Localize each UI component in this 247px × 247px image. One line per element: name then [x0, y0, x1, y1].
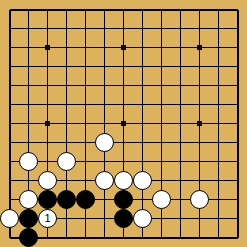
intersection[interactable]: [38, 114, 57, 133]
intersection[interactable]: [57, 76, 76, 95]
intersection[interactable]: [19, 171, 38, 190]
intersection[interactable]: [57, 209, 76, 228]
intersection[interactable]: [190, 38, 209, 57]
intersection[interactable]: [133, 76, 152, 95]
intersection[interactable]: [57, 228, 76, 247]
intersection[interactable]: [95, 0, 114, 19]
intersection[interactable]: [228, 76, 247, 95]
white-stone: 1: [38, 209, 57, 228]
intersection[interactable]: [95, 57, 114, 76]
black-stone: [19, 209, 38, 228]
intersection[interactable]: [38, 133, 57, 152]
intersection[interactable]: [76, 228, 95, 247]
intersection[interactable]: [19, 133, 38, 152]
intersection[interactable]: [19, 114, 38, 133]
intersection[interactable]: [133, 114, 152, 133]
intersection[interactable]: [209, 209, 228, 228]
intersection[interactable]: [133, 152, 152, 171]
intersection[interactable]: [228, 38, 247, 57]
intersection[interactable]: [190, 228, 209, 247]
intersection[interactable]: [152, 19, 171, 38]
intersection[interactable]: [114, 133, 133, 152]
intersection[interactable]: [114, 76, 133, 95]
intersection[interactable]: [152, 190, 171, 209]
intersection[interactable]: [57, 95, 76, 114]
intersection[interactable]: [76, 133, 95, 152]
intersection[interactable]: [209, 95, 228, 114]
intersection[interactable]: [152, 114, 171, 133]
intersection[interactable]: [209, 114, 228, 133]
white-stone: [19, 152, 38, 171]
intersection[interactable]: [190, 76, 209, 95]
intersection[interactable]: [95, 209, 114, 228]
intersection[interactable]: [38, 171, 57, 190]
white-stone: [38, 171, 57, 190]
intersection[interactable]: [190, 171, 209, 190]
white-stone: [95, 171, 114, 190]
intersection[interactable]: [95, 76, 114, 95]
intersection[interactable]: [76, 38, 95, 57]
intersection[interactable]: [209, 19, 228, 38]
intersection[interactable]: [19, 19, 38, 38]
intersection[interactable]: [209, 152, 228, 171]
black-stone: [19, 228, 38, 247]
intersection[interactable]: [38, 57, 57, 76]
intersection[interactable]: [228, 152, 247, 171]
intersection[interactable]: [19, 209, 38, 228]
intersection[interactable]: [171, 171, 190, 190]
intersection[interactable]: [114, 114, 133, 133]
black-stone: [76, 190, 95, 209]
intersection[interactable]: [133, 19, 152, 38]
intersection[interactable]: [152, 133, 171, 152]
white-stone: [133, 209, 152, 228]
intersection[interactable]: [0, 133, 19, 152]
intersection[interactable]: [152, 171, 171, 190]
intersection[interactable]: [133, 228, 152, 247]
intersection[interactable]: [228, 95, 247, 114]
intersection[interactable]: [0, 19, 19, 38]
intersection[interactable]: [76, 114, 95, 133]
intersection[interactable]: [228, 19, 247, 38]
intersection[interactable]: [19, 152, 38, 171]
intersection[interactable]: [76, 76, 95, 95]
intersection[interactable]: [171, 228, 190, 247]
intersection[interactable]: [0, 76, 19, 95]
intersection[interactable]: [114, 190, 133, 209]
hoshi-point: [45, 45, 50, 50]
intersection[interactable]: [95, 38, 114, 57]
intersection[interactable]: [76, 57, 95, 76]
intersection[interactable]: [209, 76, 228, 95]
intersection[interactable]: [190, 209, 209, 228]
intersection[interactable]: [19, 95, 38, 114]
intersection[interactable]: [19, 228, 38, 247]
intersection[interactable]: [76, 209, 95, 228]
intersection[interactable]: [95, 228, 114, 247]
intersection[interactable]: [0, 209, 19, 228]
intersection[interactable]: [57, 38, 76, 57]
intersection[interactable]: [209, 171, 228, 190]
intersection[interactable]: [209, 0, 228, 19]
intersection[interactable]: [190, 57, 209, 76]
intersection[interactable]: [152, 228, 171, 247]
intersection[interactable]: [57, 114, 76, 133]
white-stone: [0, 209, 19, 228]
white-stone: [95, 133, 114, 152]
intersection[interactable]: [114, 152, 133, 171]
intersection[interactable]: [57, 171, 76, 190]
black-stone: [57, 190, 76, 209]
intersection[interactable]: [190, 133, 209, 152]
intersection[interactable]: [152, 38, 171, 57]
intersection[interactable]: [190, 0, 209, 19]
intersection[interactable]: [114, 228, 133, 247]
intersection[interactable]: [171, 76, 190, 95]
intersection[interactable]: [0, 152, 19, 171]
intersection[interactable]: [190, 152, 209, 171]
intersection[interactable]: [152, 0, 171, 19]
intersection[interactable]: [190, 19, 209, 38]
intersection[interactable]: [228, 57, 247, 76]
intersection[interactable]: [133, 95, 152, 114]
intersection[interactable]: [38, 19, 57, 38]
intersection[interactable]: [209, 57, 228, 76]
intersection[interactable]: [95, 190, 114, 209]
hoshi-point: [121, 45, 126, 50]
intersection[interactable]: [133, 38, 152, 57]
intersection[interactable]: [228, 171, 247, 190]
black-stone: [114, 190, 133, 209]
intersection[interactable]: [171, 95, 190, 114]
intersection[interactable]: [0, 0, 19, 19]
intersection[interactable]: [228, 0, 247, 19]
white-stone: [152, 190, 171, 209]
white-stone: [190, 190, 209, 209]
intersection[interactable]: [95, 114, 114, 133]
intersection[interactable]: [171, 190, 190, 209]
intersection[interactable]: [19, 0, 38, 19]
white-stone: [114, 171, 133, 190]
intersection[interactable]: [171, 133, 190, 152]
intersection[interactable]: [209, 133, 228, 152]
intersection[interactable]: [57, 133, 76, 152]
hoshi-point: [121, 121, 126, 126]
intersection[interactable]: [57, 19, 76, 38]
intersection[interactable]: [133, 209, 152, 228]
move-label: 1: [44, 213, 50, 224]
hoshi-point: [45, 121, 50, 126]
intersection[interactable]: [76, 152, 95, 171]
white-stone: [57, 152, 76, 171]
white-stone: [19, 190, 38, 209]
intersection[interactable]: [114, 57, 133, 76]
intersection[interactable]: [19, 76, 38, 95]
intersection[interactable]: [38, 228, 57, 247]
intersection[interactable]: [0, 95, 19, 114]
intersection[interactable]: [95, 95, 114, 114]
black-stone: [38, 190, 57, 209]
intersection[interactable]: [190, 190, 209, 209]
intersection[interactable]: [171, 0, 190, 19]
intersection[interactable]: [114, 19, 133, 38]
intersection[interactable]: [57, 57, 76, 76]
intersection[interactable]: [95, 133, 114, 152]
intersection[interactable]: [0, 57, 19, 76]
intersection[interactable]: [209, 190, 228, 209]
intersection[interactable]: [57, 190, 76, 209]
black-stone: [114, 209, 133, 228]
hoshi-point: [197, 45, 202, 50]
intersection[interactable]: [114, 171, 133, 190]
intersection[interactable]: [57, 152, 76, 171]
intersection[interactable]: [95, 19, 114, 38]
intersection[interactable]: [0, 190, 19, 209]
intersection[interactable]: [152, 76, 171, 95]
intersection[interactable]: [171, 209, 190, 228]
intersection[interactable]: [228, 228, 247, 247]
intersection[interactable]: [152, 152, 171, 171]
intersection[interactable]: [19, 38, 38, 57]
intersection[interactable]: [0, 114, 19, 133]
intersection[interactable]: [133, 57, 152, 76]
intersection[interactable]: [114, 38, 133, 57]
intersection[interactable]: [76, 95, 95, 114]
intersection[interactable]: [190, 114, 209, 133]
intersection[interactable]: [114, 209, 133, 228]
intersection[interactable]: [228, 133, 247, 152]
intersection[interactable]: [171, 38, 190, 57]
intersection[interactable]: [133, 133, 152, 152]
intersection[interactable]: [133, 0, 152, 19]
intersection[interactable]: [114, 0, 133, 19]
intersection[interactable]: [57, 0, 76, 19]
intersection[interactable]: [209, 38, 228, 57]
go-board-diagram: 1: [0, 0, 247, 247]
intersection[interactable]: [0, 38, 19, 57]
intersection[interactable]: [0, 228, 19, 247]
intersection[interactable]: [209, 228, 228, 247]
intersection[interactable]: [19, 57, 38, 76]
intersection[interactable]: [152, 95, 171, 114]
intersection[interactable]: [38, 0, 57, 19]
white-stone: [133, 171, 152, 190]
hoshi-point: [197, 121, 202, 126]
intersection[interactable]: [133, 171, 152, 190]
intersection[interactable]: [171, 57, 190, 76]
intersection[interactable]: [171, 114, 190, 133]
intersection[interactable]: [95, 152, 114, 171]
intersection[interactable]: [38, 38, 57, 57]
intersection[interactable]: [76, 19, 95, 38]
intersection[interactable]: [152, 57, 171, 76]
intersection[interactable]: [152, 209, 171, 228]
intersection[interactable]: [76, 0, 95, 19]
intersection[interactable]: [0, 171, 19, 190]
intersection[interactable]: [38, 95, 57, 114]
intersection[interactable]: [38, 76, 57, 95]
intersection[interactable]: [95, 171, 114, 190]
intersection[interactable]: [19, 190, 38, 209]
intersection[interactable]: [171, 19, 190, 38]
intersection[interactable]: [228, 114, 247, 133]
go-board: 1: [0, 0, 247, 247]
intersection[interactable]: [190, 95, 209, 114]
intersection[interactable]: [38, 190, 57, 209]
intersection[interactable]: [171, 152, 190, 171]
intersection[interactable]: [114, 95, 133, 114]
intersection[interactable]: [38, 152, 57, 171]
intersection[interactable]: [76, 171, 95, 190]
intersection[interactable]: [228, 190, 247, 209]
intersection[interactable]: [228, 209, 247, 228]
intersection[interactable]: [76, 190, 95, 209]
intersection[interactable]: 1: [38, 209, 57, 228]
intersection[interactable]: [133, 190, 152, 209]
